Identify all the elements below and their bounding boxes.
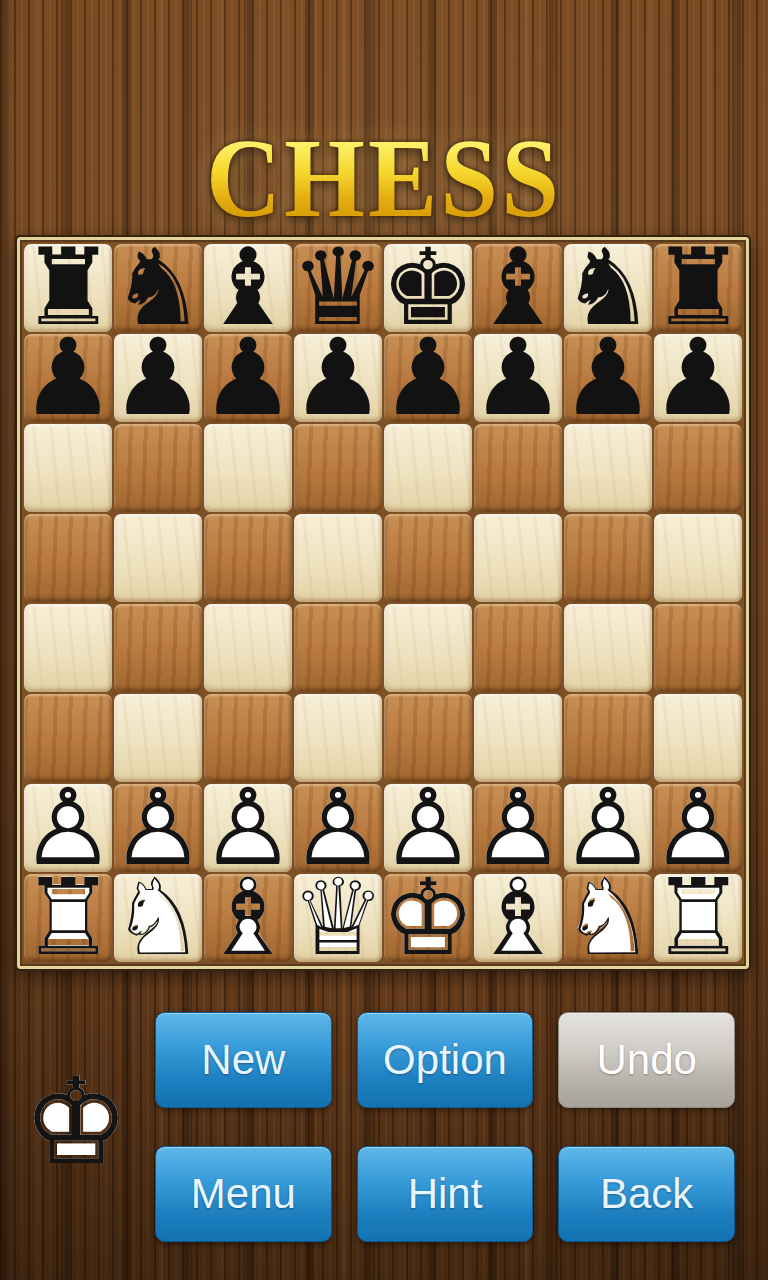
square-h5[interactable] <box>654 514 742 602</box>
square-b6[interactable] <box>114 424 202 512</box>
square-a1[interactable]: ♜♖ <box>24 874 112 962</box>
square-a6[interactable] <box>24 424 112 512</box>
square-b1[interactable]: ♞♘ <box>114 874 202 962</box>
board: ♜♞♝♛♚♝♞♜♟♟♟♟♟♟♟♟♟♙♟♙♟♙♟♙♟♙♟♙♟♙♟♙♜♖♞♘♝♗♛♕… <box>24 244 742 962</box>
piece-white-rook[interactable]: ♜♖ <box>654 874 742 962</box>
square-b7[interactable]: ♟ <box>114 334 202 422</box>
square-c1[interactable]: ♝♗ <box>204 874 292 962</box>
undo-button[interactable]: Undo <box>558 1012 735 1108</box>
square-f5[interactable] <box>474 514 562 602</box>
square-a5[interactable] <box>24 514 112 602</box>
square-g6[interactable] <box>564 424 652 512</box>
square-e5[interactable] <box>384 514 472 602</box>
button-panel: New Option Undo Menu Hint Back <box>155 1012 735 1242</box>
square-d4[interactable] <box>294 604 382 692</box>
turn-indicator-white-king-icon: ♚♔ <box>24 1064 128 1180</box>
piece-white-king: ♚♔ <box>24 1064 128 1180</box>
piece-white-rook[interactable]: ♜♖ <box>24 874 112 962</box>
piece-white-bishop[interactable]: ♝♗ <box>474 874 562 962</box>
square-f7[interactable]: ♟ <box>474 334 562 422</box>
square-f4[interactable] <box>474 604 562 692</box>
piece-white-knight[interactable]: ♞♘ <box>564 874 652 962</box>
piece-black-pawn[interactable]: ♟ <box>24 334 112 422</box>
option-button[interactable]: Option <box>357 1012 534 1108</box>
square-f1[interactable]: ♝♗ <box>474 874 562 962</box>
chess-board-frame: ♜♞♝♛♚♝♞♜♟♟♟♟♟♟♟♟♟♙♟♙♟♙♟♙♟♙♟♙♟♙♟♙♜♖♞♘♝♗♛♕… <box>17 237 749 969</box>
square-e1[interactable]: ♚♔ <box>384 874 472 962</box>
square-c5[interactable] <box>204 514 292 602</box>
square-g5[interactable] <box>564 514 652 602</box>
hint-button[interactable]: Hint <box>357 1146 534 1242</box>
square-d6[interactable] <box>294 424 382 512</box>
square-e7[interactable]: ♟ <box>384 334 472 422</box>
piece-black-pawn[interactable]: ♟ <box>114 334 202 422</box>
piece-black-pawn[interactable]: ♟ <box>474 334 562 422</box>
square-h1[interactable]: ♜♖ <box>654 874 742 962</box>
app-title: CHESS <box>0 122 768 234</box>
piece-black-pawn[interactable]: ♟ <box>384 334 472 422</box>
piece-black-pawn[interactable]: ♟ <box>564 334 652 422</box>
square-b4[interactable] <box>114 604 202 692</box>
square-b5[interactable] <box>114 514 202 602</box>
square-g4[interactable] <box>564 604 652 692</box>
new-button[interactable]: New <box>155 1012 332 1108</box>
piece-black-pawn[interactable]: ♟ <box>294 334 382 422</box>
piece-white-king[interactable]: ♚♔ <box>384 874 472 962</box>
square-c6[interactable] <box>204 424 292 512</box>
piece-black-pawn[interactable]: ♟ <box>204 334 292 422</box>
piece-white-knight[interactable]: ♞♘ <box>114 874 202 962</box>
square-g1[interactable]: ♞♘ <box>564 874 652 962</box>
piece-black-pawn[interactable]: ♟ <box>654 334 742 422</box>
square-f6[interactable] <box>474 424 562 512</box>
square-d1[interactable]: ♛♕ <box>294 874 382 962</box>
square-d7[interactable]: ♟ <box>294 334 382 422</box>
back-button[interactable]: Back <box>558 1146 735 1242</box>
square-h6[interactable] <box>654 424 742 512</box>
square-c4[interactable] <box>204 604 292 692</box>
square-d5[interactable] <box>294 514 382 602</box>
square-a7[interactable]: ♟ <box>24 334 112 422</box>
app-title-text: CHESS <box>206 115 562 239</box>
square-h7[interactable]: ♟ <box>654 334 742 422</box>
square-e4[interactable] <box>384 604 472 692</box>
piece-white-queen[interactable]: ♛♕ <box>294 874 382 962</box>
square-a4[interactable] <box>24 604 112 692</box>
square-c7[interactable]: ♟ <box>204 334 292 422</box>
square-g7[interactable]: ♟ <box>564 334 652 422</box>
square-h4[interactable] <box>654 604 742 692</box>
piece-white-bishop[interactable]: ♝♗ <box>204 874 292 962</box>
square-e6[interactable] <box>384 424 472 512</box>
menu-button[interactable]: Menu <box>155 1146 332 1242</box>
